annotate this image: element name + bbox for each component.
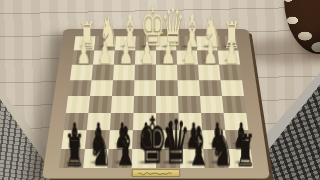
- piece-white-pawn[interactable]: ♟: [203, 37, 214, 68]
- photo-scene: ♜♞♝♚♛♝♞♜♟♟♟♟♟♟♟♟♟♟♟♟♟♟♟♟♜♞♝♚♛♝♞♜: [0, 0, 320, 180]
- square-h4[interactable]: [68, 80, 91, 96]
- square-b4[interactable]: [199, 80, 222, 96]
- square-f4[interactable]: [112, 80, 134, 96]
- piece-white-pawn[interactable]: ♟: [140, 37, 151, 68]
- piece-white-pawn[interactable]: ♟: [119, 37, 130, 68]
- piece-white-pawn[interactable]: ♟: [77, 37, 88, 68]
- square-a4[interactable]: [221, 80, 244, 96]
- piece-black-queen[interactable]: ♛: [162, 111, 175, 172]
- square-g4[interactable]: [90, 80, 113, 96]
- piece-white-pawn[interactable]: ♟: [224, 37, 235, 68]
- square-e4[interactable]: [134, 80, 156, 96]
- piece-white-pawn[interactable]: ♟: [161, 37, 172, 68]
- square-g2[interactable]: ♟: [93, 50, 115, 65]
- square-b5[interactable]: [200, 96, 224, 113]
- piece-black-king[interactable]: ♚: [137, 108, 150, 172]
- piece-black-bishop[interactable]: ♝: [113, 119, 126, 172]
- chess-board: ♜♞♝♚♛♝♞♜♟♟♟♟♟♟♟♟♟♟♟♟♟♟♟♟♜♞♝♚♛♝♞♜: [59, 36, 253, 168]
- square-c4[interactable]: [178, 80, 200, 96]
- square-g5[interactable]: [88, 96, 112, 113]
- piece-black-knight[interactable]: ♞: [89, 123, 102, 173]
- square-a5[interactable]: [222, 96, 246, 113]
- piece-white-pawn[interactable]: ♟: [182, 37, 193, 68]
- piece-black-bishop[interactable]: ♝: [186, 119, 199, 172]
- piece-black-rook[interactable]: ♜: [64, 128, 77, 172]
- square-g8[interactable]: ♞: [83, 149, 108, 168]
- chess-board-frame: ♜♞♝♚♛♝♞♜♟♟♟♟♟♟♟♟♟♟♟♟♟♟♟♟♜♞♝♚♛♝♞♜: [42, 29, 270, 178]
- piece-white-pawn[interactable]: ♟: [98, 37, 109, 68]
- square-h8[interactable]: ♜: [59, 149, 85, 168]
- square-f5[interactable]: [111, 96, 134, 113]
- piece-black-rook[interactable]: ♜: [235, 128, 248, 172]
- square-h5[interactable]: [66, 96, 90, 113]
- square-d4[interactable]: [156, 80, 178, 96]
- piece-black-knight[interactable]: ♞: [211, 123, 224, 173]
